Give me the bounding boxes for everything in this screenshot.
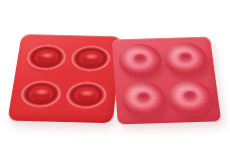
donut-bump [118, 43, 164, 78]
bump-center-dimple [137, 92, 151, 102]
bump-center-dimple [133, 54, 146, 64]
donut-bump [163, 42, 209, 77]
donut-bump [120, 81, 167, 118]
donut-bump [167, 80, 215, 117]
bump-center-dimple [179, 53, 193, 63]
product-photo [0, 0, 230, 153]
bump-cell [120, 80, 168, 119]
bump-grid [112, 37, 222, 125]
donut-cavity [24, 44, 68, 73]
donut-mold-top-view [7, 34, 121, 123]
cavity-grid [7, 34, 121, 123]
cavity-center-post [82, 52, 100, 63]
bump-center-dimple [183, 91, 197, 101]
cavity-cell [68, 42, 114, 76]
cavity-center-post [32, 88, 50, 100]
cavity-cell [63, 78, 110, 114]
donut-cavity [69, 45, 112, 75]
donut-mold-bottom-view [112, 37, 222, 125]
bump-cell [166, 79, 215, 118]
cavity-center-post [77, 89, 95, 101]
cavity-cell [17, 77, 65, 113]
donut-cavity [64, 81, 108, 112]
cavity-cell [23, 41, 69, 75]
donut-cavity [18, 80, 63, 111]
bump-cell [117, 43, 164, 80]
bump-cell [162, 41, 210, 78]
cavity-center-post [37, 51, 55, 62]
